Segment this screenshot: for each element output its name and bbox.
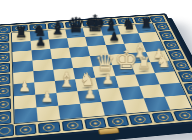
border-medallion-icon <box>0 85 11 97</box>
white-pawn: ♟ <box>79 86 101 100</box>
white-pawn: ♟ <box>36 90 58 104</box>
square-a7 <box>12 41 31 52</box>
border-medallion-icon <box>15 124 37 136</box>
square-b4 <box>33 70 55 83</box>
border-medallion-icon <box>154 22 170 31</box>
chess-board-3d: ♜♞♝♛♚♝♞♜♟♟♝♟♛♚♜♞♟♝♞♟♟♟ <box>0 13 192 140</box>
border-medallion-icon <box>0 43 10 53</box>
square-c1 <box>58 104 82 119</box>
border-medallion-icon <box>0 111 11 125</box>
border-medallion-icon <box>0 33 9 42</box>
white-knight: ♞ <box>154 53 174 70</box>
square-b6 <box>31 49 51 60</box>
white-pawn: ♟ <box>14 79 35 93</box>
black-bishop: ♝ <box>49 20 67 37</box>
square-a1 <box>14 108 37 124</box>
square-d6 <box>69 46 90 57</box>
border-medallion-icon <box>159 31 175 40</box>
square-b5 <box>32 59 53 71</box>
square-a2 <box>14 95 36 110</box>
square-a3: ♟ <box>14 83 36 97</box>
black-pawn: ♟ <box>105 30 123 42</box>
square-b1 <box>37 106 61 122</box>
corner-medallion-icon <box>0 124 14 138</box>
border-medallion-icon <box>0 74 10 86</box>
border-medallion-icon <box>0 63 10 74</box>
border-medallion-icon <box>61 120 83 132</box>
border-medallion-icon <box>0 52 10 62</box>
square-h3 <box>155 71 180 84</box>
white-bishop: ♝ <box>56 69 77 89</box>
border-medallion-icon <box>106 116 129 128</box>
square-d1 <box>80 102 105 117</box>
square-a5 <box>13 61 33 73</box>
board-frame: ♜♞♝♛♚♝♞♜♟♟♝♟♛♚♜♞♟♝♞♟♟♟ <box>0 13 192 140</box>
square-h2 <box>160 83 186 97</box>
brass-clasp-icon <box>98 127 120 135</box>
square-d5 <box>71 56 93 68</box>
square-c3: ♝ <box>55 79 78 93</box>
border-medallion-icon <box>173 110 192 121</box>
square-b2: ♟ <box>35 93 58 108</box>
square-f1 <box>123 98 149 113</box>
white-pawn: ♟ <box>98 73 119 86</box>
chess-set-photo: ♜♞♝♛♚♝♞♜♟♟♝♟♛♚♜♞♟♝♞♟♟♟ <box>0 0 192 140</box>
border-medallion-icon <box>129 114 152 126</box>
square-e2 <box>98 88 122 102</box>
white-king: ♚ <box>114 47 134 73</box>
border-medallion-icon <box>0 98 11 111</box>
border-medallion-icon <box>151 112 175 124</box>
black-pawn: ♟ <box>31 35 50 47</box>
border-medallion-strip-left <box>0 33 11 125</box>
square-h1 <box>165 95 192 110</box>
border-medallion-icon <box>38 122 60 134</box>
border-medallion-icon <box>172 60 190 71</box>
square-c2 <box>57 91 80 105</box>
